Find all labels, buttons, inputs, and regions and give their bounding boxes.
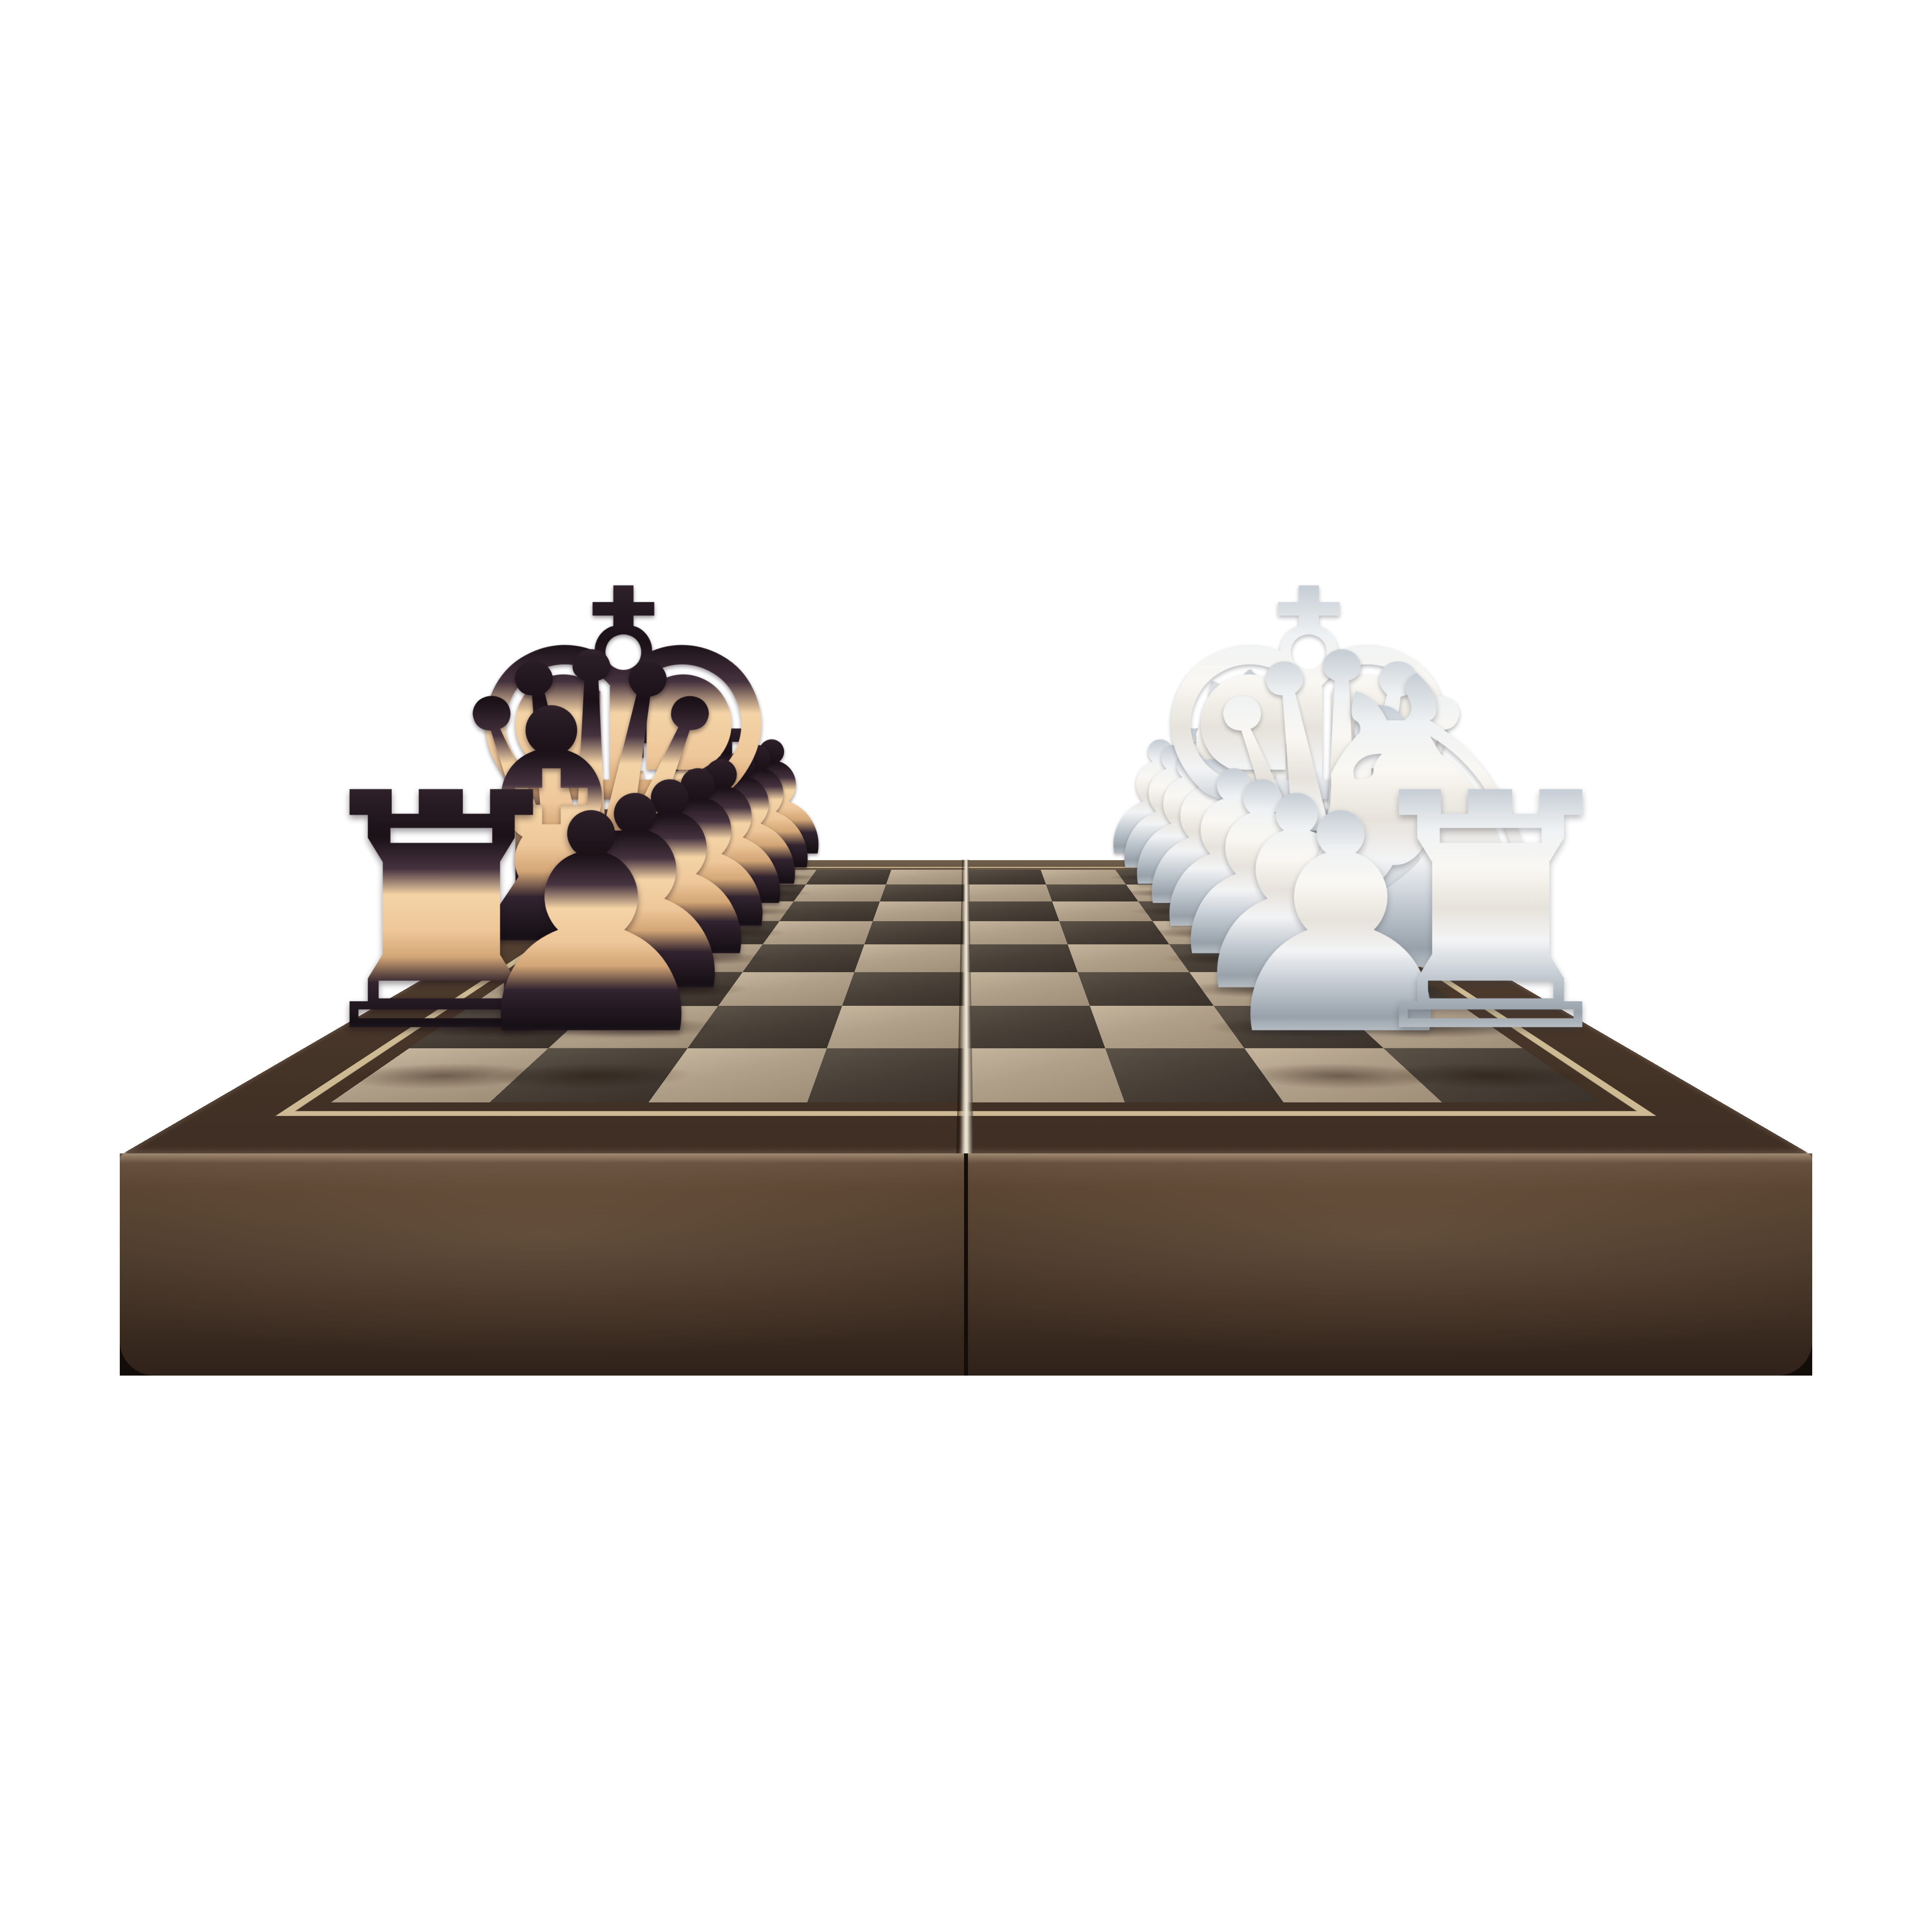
box-front-right-half — [968, 1153, 1812, 1376]
piece-anchor: ♟ — [516, 991, 666, 1141]
box-front-left-half — [120, 1153, 964, 1376]
black-pawn-a7[interactable]: ♟ — [456, 777, 726, 1078]
box-sheen — [120, 1153, 964, 1376]
box-front — [120, 1153, 1812, 1376]
product-photo-chess-set: Folding walnut and burl chess box photog… — [0, 0, 1932, 1932]
scene: ♜♟♟♜♞♟♟♞♝♟♟♝♚♟♟♚♛♟♟♛♝♟♟♝♞♟♟♞♜♟♟♜ — [0, 0, 1932, 1932]
box-sheen — [968, 1153, 1812, 1376]
chess-board: ♜♟♟♜♞♟♟♞♝♟♟♝♚♟♟♚♛♟♟♛♝♟♟♝♞♟♟♞♜♟♟♜ — [120, 860, 1812, 1155]
piece-anchor: ♜ — [1416, 991, 1566, 1141]
white-rook-a1[interactable]: ♜ — [1345, 752, 1637, 1078]
